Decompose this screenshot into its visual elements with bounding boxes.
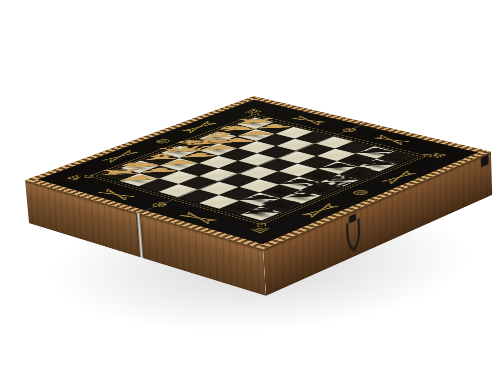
- gold-chevron-ornament: [244, 108, 263, 115]
- square-g5[interactable]: [296, 144, 335, 156]
- clasp-keeper: [481, 155, 489, 168]
- square-f5[interactable]: [277, 151, 316, 164]
- square-h5[interactable]: [315, 136, 354, 148]
- gold-wing-ornament: [367, 134, 412, 147]
- square-g4[interactable]: [276, 139, 315, 151]
- gold-rosette-ornament: [336, 127, 360, 135]
- chess-board: ♜♞♟♝♟♚♟♛♟♝♟♞♟♟♜♟♟♜♟♟♞♟♝♟♚♟♛♟♝♟♞♜: [25, 96, 491, 249]
- square-e4[interactable]: [238, 153, 277, 166]
- square-h4[interactable]: [295, 131, 333, 143]
- product-photo-chess-set: ♜♞♟♝♟♚♟♛♟♝♟♞♟♟♜♟♟♜♟♟♞♟♝♟♚♟♛♟♝♟♞♜: [0, 0, 500, 375]
- square-f4[interactable]: [257, 146, 296, 158]
